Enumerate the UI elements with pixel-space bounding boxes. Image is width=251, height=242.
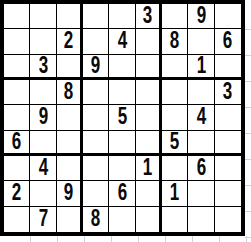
given-digit: 8 bbox=[64, 80, 73, 104]
given-digit: 2 bbox=[12, 181, 21, 205]
cell-r6c2[interactable] bbox=[30, 131, 56, 156]
spreadsheet-gridlines-right bbox=[245, 0, 251, 242]
cell-r7c5[interactable] bbox=[109, 156, 135, 181]
cell-r4c9: 3 bbox=[215, 80, 241, 105]
given-digit: 1 bbox=[143, 156, 152, 180]
cell-r8c1: 2 bbox=[4, 181, 30, 206]
cell-r2c1[interactable] bbox=[4, 29, 30, 54]
given-digit: 1 bbox=[170, 181, 179, 205]
given-digit: 3 bbox=[143, 4, 152, 28]
cell-r7c4[interactable] bbox=[83, 156, 109, 181]
given-digit: 5 bbox=[170, 131, 179, 154]
cell-r9c1[interactable] bbox=[4, 207, 30, 232]
cell-r4c7[interactable] bbox=[162, 80, 188, 105]
given-digit: 3 bbox=[223, 80, 232, 104]
cell-r2c3: 2 bbox=[57, 29, 83, 54]
cell-r5c5: 5 bbox=[109, 105, 135, 130]
given-digit: 5 bbox=[117, 105, 126, 129]
given-digit: 4 bbox=[117, 29, 126, 53]
cell-r1c7[interactable] bbox=[162, 4, 188, 29]
cell-r5c2: 9 bbox=[30, 105, 56, 130]
cell-r8c9[interactable] bbox=[215, 181, 241, 206]
cell-r6c3[interactable] bbox=[57, 131, 83, 156]
cell-r5c6[interactable] bbox=[136, 105, 162, 130]
cell-r5c7[interactable] bbox=[162, 105, 188, 130]
given-digit: 4 bbox=[38, 156, 47, 180]
cell-r5c4[interactable] bbox=[83, 105, 109, 130]
cell-r1c2[interactable] bbox=[30, 4, 56, 29]
cell-r8c5: 6 bbox=[109, 181, 135, 206]
given-digit: 6 bbox=[223, 29, 232, 53]
cell-r1c3[interactable] bbox=[57, 4, 83, 29]
cell-r2c7: 8 bbox=[162, 29, 188, 54]
cell-r7c9[interactable] bbox=[215, 156, 241, 181]
given-digit: 6 bbox=[12, 131, 21, 154]
cell-r3c2: 3 bbox=[30, 55, 56, 80]
cell-r8c7: 1 bbox=[162, 181, 188, 206]
cell-r3c4: 9 bbox=[83, 55, 109, 80]
cell-r6c6[interactable] bbox=[136, 131, 162, 156]
cell-r9c7[interactable] bbox=[162, 207, 188, 232]
given-digit: 4 bbox=[196, 105, 205, 129]
cell-r7c7[interactable] bbox=[162, 156, 188, 181]
cell-r1c8: 9 bbox=[188, 4, 214, 29]
cell-r2c4[interactable] bbox=[83, 29, 109, 54]
cell-r2c2[interactable] bbox=[30, 29, 56, 54]
given-digit: 1 bbox=[196, 55, 205, 78]
sudoku-board: 3924863918395465416296178 bbox=[0, 0, 245, 236]
cell-r5c9[interactable] bbox=[215, 105, 241, 130]
given-digit: 9 bbox=[91, 55, 100, 78]
given-digit: 7 bbox=[38, 207, 47, 231]
given-digit: 8 bbox=[170, 29, 179, 53]
given-digit: 9 bbox=[196, 4, 205, 28]
cell-r9c6[interactable] bbox=[136, 207, 162, 232]
cell-r7c8: 6 bbox=[188, 156, 214, 181]
cell-r4c8[interactable] bbox=[188, 80, 214, 105]
cell-r1c4[interactable] bbox=[83, 4, 109, 29]
cell-r7c3[interactable] bbox=[57, 156, 83, 181]
cell-r7c2: 4 bbox=[30, 156, 56, 181]
cell-r3c3[interactable] bbox=[57, 55, 83, 80]
given-digit: 2 bbox=[64, 29, 73, 53]
cell-r5c1[interactable] bbox=[4, 105, 30, 130]
cell-r2c8[interactable] bbox=[188, 29, 214, 54]
cell-r2c5: 4 bbox=[109, 29, 135, 54]
cell-r5c8: 4 bbox=[188, 105, 214, 130]
cell-r3c6[interactable] bbox=[136, 55, 162, 80]
cell-r7c6: 1 bbox=[136, 156, 162, 181]
cell-r6c9[interactable] bbox=[215, 131, 241, 156]
cell-r9c2: 7 bbox=[30, 207, 56, 232]
cell-r4c4[interactable] bbox=[83, 80, 109, 105]
cell-r3c5[interactable] bbox=[109, 55, 135, 80]
cell-r7c1[interactable] bbox=[4, 156, 30, 181]
cell-r5c3[interactable] bbox=[57, 105, 83, 130]
cell-r8c4[interactable] bbox=[83, 181, 109, 206]
cell-r6c5[interactable] bbox=[109, 131, 135, 156]
cell-r1c5[interactable] bbox=[109, 4, 135, 29]
cell-r4c3: 8 bbox=[57, 80, 83, 105]
cell-r2c6[interactable] bbox=[136, 29, 162, 54]
cell-r9c9[interactable] bbox=[215, 207, 241, 232]
cell-r8c3: 9 bbox=[57, 181, 83, 206]
given-digit: 9 bbox=[38, 105, 47, 129]
cell-r3c8: 1 bbox=[188, 55, 214, 80]
spreadsheet-gridlines-bottom bbox=[0, 236, 251, 242]
given-digit: 8 bbox=[91, 207, 100, 231]
sudoku-screenshot: 3924863918395465416296178 bbox=[0, 0, 251, 242]
cell-r1c6: 3 bbox=[136, 4, 162, 29]
cell-r2c9: 6 bbox=[215, 29, 241, 54]
cell-r8c2[interactable] bbox=[30, 181, 56, 206]
cell-r4c5[interactable] bbox=[109, 80, 135, 105]
cell-r3c1[interactable] bbox=[4, 55, 30, 80]
cell-r6c1: 6 bbox=[4, 131, 30, 156]
cell-r1c9[interactable] bbox=[215, 4, 241, 29]
cell-r8c6[interactable] bbox=[136, 181, 162, 206]
given-digit: 9 bbox=[64, 181, 73, 205]
cell-r9c4: 8 bbox=[83, 207, 109, 232]
cell-r1c1[interactable] bbox=[4, 4, 30, 29]
cell-r3c9[interactable] bbox=[215, 55, 241, 80]
given-digit: 6 bbox=[117, 181, 126, 205]
cell-r4c6[interactable] bbox=[136, 80, 162, 105]
given-digit: 6 bbox=[196, 156, 205, 180]
cell-r4c2[interactable] bbox=[30, 80, 56, 105]
cell-r4c1[interactable] bbox=[4, 80, 30, 105]
cell-r8c8[interactable] bbox=[188, 181, 214, 206]
cell-r3c7[interactable] bbox=[162, 55, 188, 80]
given-digit: 3 bbox=[38, 55, 47, 78]
cell-r6c4[interactable] bbox=[83, 131, 109, 156]
cell-r9c8[interactable] bbox=[188, 207, 214, 232]
cell-r6c8[interactable] bbox=[188, 131, 214, 156]
cell-r6c7: 5 bbox=[162, 131, 188, 156]
cell-r9c5[interactable] bbox=[109, 207, 135, 232]
cell-r9c3[interactable] bbox=[57, 207, 83, 232]
